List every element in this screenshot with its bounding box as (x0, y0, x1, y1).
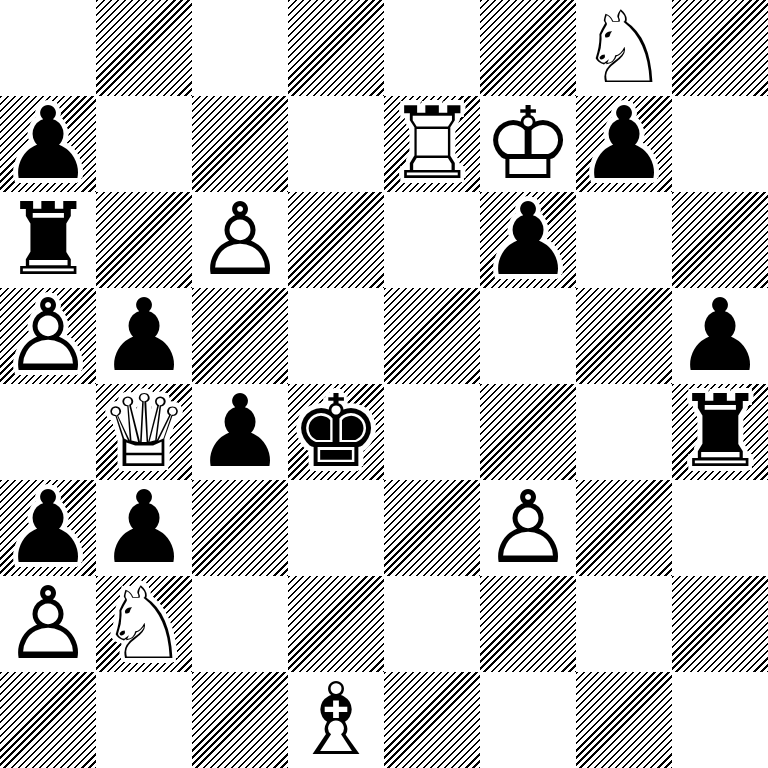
piece-halo: ♟ (0, 480, 96, 576)
square-e4[interactable] (384, 384, 480, 480)
square-g1[interactable] (576, 672, 672, 768)
piece-white-pawn[interactable]: ♙ (0, 576, 96, 672)
square-f8[interactable] (480, 0, 576, 96)
square-b1[interactable] (96, 672, 192, 768)
piece-halo: ♟ (480, 192, 576, 288)
square-b8[interactable] (96, 0, 192, 96)
square-b7[interactable] (96, 96, 192, 192)
square-d3[interactable] (288, 480, 384, 576)
piece-halo: ♟ (96, 288, 192, 384)
square-g7[interactable]: ♟♟ (576, 96, 672, 192)
piece-black-pawn[interactable]: ♟ (576, 96, 672, 192)
square-e5[interactable] (384, 288, 480, 384)
piece-halo: ♛ (96, 384, 192, 480)
square-d5[interactable] (288, 288, 384, 384)
square-d7[interactable] (288, 96, 384, 192)
square-e8[interactable] (384, 0, 480, 96)
piece-black-rook[interactable]: ♜ (672, 384, 768, 480)
piece-black-pawn[interactable]: ♟ (0, 480, 96, 576)
piece-white-pawn[interactable]: ♙ (480, 480, 576, 576)
piece-halo: ♜ (384, 96, 480, 192)
square-c6[interactable]: ♟♙ (192, 192, 288, 288)
square-g4[interactable] (576, 384, 672, 480)
piece-halo: ♚ (288, 384, 384, 480)
square-a5[interactable]: ♟♙ (0, 288, 96, 384)
piece-halo: ♟ (192, 384, 288, 480)
piece-black-rook[interactable]: ♜ (0, 192, 96, 288)
square-e2[interactable] (384, 576, 480, 672)
square-g3[interactable] (576, 480, 672, 576)
piece-white-knight[interactable]: ♘ (576, 0, 672, 96)
piece-halo: ♟ (192, 192, 288, 288)
square-c5[interactable] (192, 288, 288, 384)
piece-halo: ♜ (672, 384, 768, 480)
piece-halo: ♞ (96, 576, 192, 672)
piece-halo: ♟ (96, 480, 192, 576)
piece-halo: ♟ (0, 576, 96, 672)
square-g5[interactable] (576, 288, 672, 384)
square-h1[interactable] (672, 672, 768, 768)
square-h6[interactable] (672, 192, 768, 288)
piece-halo: ♚ (480, 96, 576, 192)
square-c4[interactable]: ♟♟ (192, 384, 288, 480)
piece-black-king[interactable]: ♚ (288, 384, 384, 480)
piece-white-queen[interactable]: ♕ (96, 384, 192, 480)
square-h7[interactable] (672, 96, 768, 192)
square-h4[interactable]: ♜♜ (672, 384, 768, 480)
piece-halo: ♞ (576, 0, 672, 96)
square-f1[interactable] (480, 672, 576, 768)
square-b3[interactable]: ♟♟ (96, 480, 192, 576)
square-d2[interactable] (288, 576, 384, 672)
square-f3[interactable]: ♟♙ (480, 480, 576, 576)
square-e6[interactable] (384, 192, 480, 288)
square-a7[interactable]: ♟♟ (0, 96, 96, 192)
square-d4[interactable]: ♚♚ (288, 384, 384, 480)
square-g2[interactable] (576, 576, 672, 672)
piece-white-rook[interactable]: ♖ (384, 96, 480, 192)
piece-black-pawn[interactable]: ♟ (96, 288, 192, 384)
piece-white-king[interactable]: ♔ (480, 96, 576, 192)
square-a6[interactable]: ♜♜ (0, 192, 96, 288)
square-h8[interactable] (672, 0, 768, 96)
square-f2[interactable] (480, 576, 576, 672)
square-b2[interactable]: ♞♘ (96, 576, 192, 672)
square-d6[interactable] (288, 192, 384, 288)
square-g6[interactable] (576, 192, 672, 288)
square-f4[interactable] (480, 384, 576, 480)
piece-black-pawn[interactable]: ♟ (0, 96, 96, 192)
square-c1[interactable] (192, 672, 288, 768)
piece-white-pawn[interactable]: ♙ (192, 192, 288, 288)
square-h2[interactable] (672, 576, 768, 672)
piece-halo: ♝ (288, 672, 384, 768)
piece-black-pawn[interactable]: ♟ (480, 192, 576, 288)
square-c3[interactable] (192, 480, 288, 576)
square-a8[interactable] (0, 0, 96, 96)
square-c8[interactable] (192, 0, 288, 96)
square-b5[interactable]: ♟♟ (96, 288, 192, 384)
square-d8[interactable] (288, 0, 384, 96)
square-g8[interactable]: ♞♘ (576, 0, 672, 96)
piece-halo: ♟ (576, 96, 672, 192)
square-e1[interactable] (384, 672, 480, 768)
square-f5[interactable] (480, 288, 576, 384)
square-h5[interactable]: ♟♟ (672, 288, 768, 384)
square-h3[interactable] (672, 480, 768, 576)
square-d1[interactable]: ♝♗ (288, 672, 384, 768)
piece-halo: ♟ (0, 288, 96, 384)
piece-halo: ♟ (672, 288, 768, 384)
square-a3[interactable]: ♟♟ (0, 480, 96, 576)
piece-halo: ♟ (0, 96, 96, 192)
piece-white-bishop[interactable]: ♗ (288, 672, 384, 768)
square-b6[interactable] (96, 192, 192, 288)
square-e7[interactable]: ♜♖ (384, 96, 480, 192)
square-e3[interactable] (384, 480, 480, 576)
square-c2[interactable] (192, 576, 288, 672)
chess-board: ♞♘♟♟♜♖♚♔♟♟♜♜♟♙♟♟♟♙♟♟♟♟♛♕♟♟♚♚♜♜♟♟♟♟♟♙♟♙♞♘… (0, 0, 768, 768)
square-c7[interactable] (192, 96, 288, 192)
piece-halo: ♟ (480, 480, 576, 576)
square-a4[interactable] (0, 384, 96, 480)
square-a2[interactable]: ♟♙ (0, 576, 96, 672)
square-a1[interactable] (0, 672, 96, 768)
square-b4[interactable]: ♛♕ (96, 384, 192, 480)
piece-black-pawn[interactable]: ♟ (96, 480, 192, 576)
piece-black-pawn[interactable]: ♟ (192, 384, 288, 480)
piece-white-knight[interactable]: ♘ (96, 576, 192, 672)
square-f6[interactable]: ♟♟ (480, 192, 576, 288)
piece-white-pawn[interactable]: ♙ (0, 288, 96, 384)
square-f7[interactable]: ♚♔ (480, 96, 576, 192)
piece-halo: ♜ (0, 192, 96, 288)
piece-black-pawn[interactable]: ♟ (672, 288, 768, 384)
